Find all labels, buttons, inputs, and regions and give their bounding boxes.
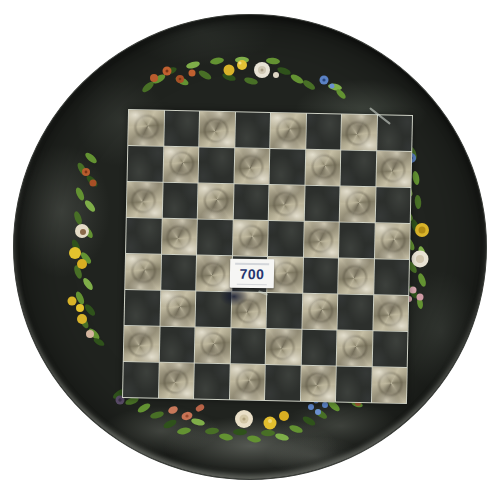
slate-texture: [337, 294, 372, 330]
square-b5[interactable]: [162, 219, 197, 255]
mother-of-pearl-texture: [233, 220, 268, 256]
mother-of-pearl-texture: [371, 367, 406, 403]
slate-texture: [123, 362, 158, 398]
lot-number: 700: [230, 267, 274, 282]
mother-of-pearl-texture: [337, 330, 372, 366]
square-g2[interactable]: [337, 330, 372, 366]
mother-of-pearl-texture: [270, 113, 305, 149]
slate-texture: [194, 363, 229, 399]
square-f5[interactable]: [304, 222, 339, 258]
square-g7[interactable]: [341, 151, 376, 187]
slate-texture: [301, 330, 336, 366]
square-d7[interactable]: [234, 148, 269, 184]
slate-texture: [377, 115, 412, 151]
square-h6[interactable]: [375, 187, 410, 223]
slate-texture: [196, 292, 231, 328]
square-a1[interactable]: [123, 362, 158, 398]
mother-of-pearl-texture: [231, 292, 266, 328]
mother-of-pearl-texture: [304, 222, 339, 258]
square-c3[interactable]: [196, 292, 231, 328]
slate-texture: [306, 114, 341, 150]
square-g3[interactable]: [337, 294, 372, 330]
square-e7[interactable]: [270, 149, 305, 185]
square-e2[interactable]: [266, 329, 301, 365]
square-b1[interactable]: [159, 363, 194, 399]
square-a3[interactable]: [125, 290, 160, 326]
square-a6[interactable]: [127, 182, 162, 218]
mother-of-pearl-texture: [160, 291, 195, 327]
slate-texture: [375, 187, 410, 223]
slate-texture: [197, 220, 232, 256]
slate-texture: [230, 328, 265, 364]
mother-of-pearl-texture: [124, 326, 159, 362]
square-b8[interactable]: [164, 111, 199, 147]
mother-of-pearl-texture: [163, 147, 198, 183]
square-h7[interactable]: [376, 151, 411, 187]
slate-texture: [304, 186, 339, 222]
square-h3[interactable]: [373, 295, 408, 331]
mother-of-pearl-texture: [338, 258, 373, 294]
slate-texture: [125, 290, 160, 326]
square-a4[interactable]: [125, 254, 160, 290]
square-d6[interactable]: [233, 184, 268, 220]
square-g6[interactable]: [340, 187, 375, 223]
sticker-rule: [237, 284, 266, 286]
slate-texture: [341, 151, 376, 187]
square-g1[interactable]: [336, 366, 371, 402]
square-f4[interactable]: [303, 258, 338, 294]
square-f6[interactable]: [304, 186, 339, 222]
square-c5[interactable]: [197, 220, 232, 256]
square-g5[interactable]: [339, 223, 374, 259]
square-g4[interactable]: [338, 258, 373, 294]
square-h5[interactable]: [374, 223, 409, 259]
slate-texture: [268, 221, 303, 257]
mother-of-pearl-texture: [195, 328, 230, 364]
square-f3[interactable]: [302, 294, 337, 330]
square-d3[interactable]: [231, 292, 266, 328]
square-h2[interactable]: [372, 331, 407, 367]
mother-of-pearl-texture: [373, 295, 408, 331]
slate-texture: [265, 365, 300, 401]
mother-of-pearl-texture: [234, 148, 269, 184]
slate-texture: [126, 218, 161, 254]
mother-of-pearl-texture: [302, 294, 337, 330]
slate-texture: [270, 149, 305, 185]
mother-of-pearl-texture: [196, 256, 231, 292]
slate-texture: [336, 366, 371, 402]
square-c2[interactable]: [195, 328, 230, 364]
photo-background: 700: [0, 0, 500, 500]
mother-of-pearl-texture: [128, 110, 163, 146]
square-e3[interactable]: [267, 293, 302, 329]
slate-texture: [128, 146, 163, 182]
square-b4[interactable]: [161, 255, 196, 291]
square-b6[interactable]: [162, 183, 197, 219]
mother-of-pearl-texture: [341, 115, 376, 151]
square-f2[interactable]: [301, 330, 336, 366]
slate-texture: [233, 184, 268, 220]
slate-texture: [164, 111, 199, 147]
lot-sticker: 700: [230, 259, 274, 289]
square-g8[interactable]: [341, 115, 376, 151]
mother-of-pearl-texture: [198, 184, 233, 220]
square-c8[interactable]: [199, 112, 234, 148]
square-d2[interactable]: [230, 328, 265, 364]
mother-of-pearl-texture: [162, 219, 197, 255]
mother-of-pearl-texture: [269, 185, 304, 221]
square-b7[interactable]: [163, 147, 198, 183]
mother-of-pearl-texture: [230, 364, 265, 400]
square-e5[interactable]: [268, 221, 303, 257]
slate-texture: [161, 255, 196, 291]
square-a8[interactable]: [128, 110, 163, 146]
square-h8[interactable]: [377, 115, 412, 151]
slate-texture: [159, 327, 194, 363]
square-e1[interactable]: [265, 365, 300, 401]
square-b3[interactable]: [160, 291, 195, 327]
square-f7[interactable]: [305, 150, 340, 186]
slate-texture: [339, 223, 374, 259]
square-b2[interactable]: [159, 327, 194, 363]
mother-of-pearl-texture: [127, 182, 162, 218]
slate-texture: [235, 112, 270, 148]
slate-texture: [374, 259, 409, 295]
square-a5[interactable]: [126, 218, 161, 254]
mother-of-pearl-texture: [266, 329, 301, 365]
square-h4[interactable]: [374, 259, 409, 295]
mother-of-pearl-texture: [374, 223, 409, 259]
mother-of-pearl-texture: [199, 112, 234, 148]
slate-texture: [372, 331, 407, 367]
slate-texture: [267, 293, 302, 329]
square-a2[interactable]: [124, 326, 159, 362]
floral-garland-left: [68, 151, 106, 347]
slate-texture: [199, 148, 234, 184]
square-f1[interactable]: [300, 366, 335, 402]
square-e8[interactable]: [270, 113, 305, 149]
mother-of-pearl-texture: [125, 254, 160, 290]
mother-of-pearl-texture: [300, 366, 335, 402]
chess-board: [122, 109, 413, 404]
slate-texture: [162, 183, 197, 219]
mother-of-pearl-texture: [159, 363, 194, 399]
square-h1[interactable]: [371, 367, 406, 403]
square-c6[interactable]: [198, 184, 233, 220]
mother-of-pearl-texture: [376, 151, 411, 187]
square-e6[interactable]: [269, 185, 304, 221]
mother-of-pearl-texture: [305, 150, 340, 186]
slate-texture: [303, 258, 338, 294]
square-d1[interactable]: [230, 364, 265, 400]
square-d8[interactable]: [235, 112, 270, 148]
chess-table-top: 700: [13, 14, 487, 480]
square-c7[interactable]: [199, 148, 234, 184]
square-c4[interactable]: [196, 256, 231, 292]
mother-of-pearl-texture: [340, 187, 375, 223]
square-d5[interactable]: [233, 220, 268, 256]
square-c1[interactable]: [194, 363, 229, 399]
square-a7[interactable]: [128, 146, 163, 182]
square-f8[interactable]: [306, 114, 341, 150]
floral-garland-top: [141, 57, 348, 101]
